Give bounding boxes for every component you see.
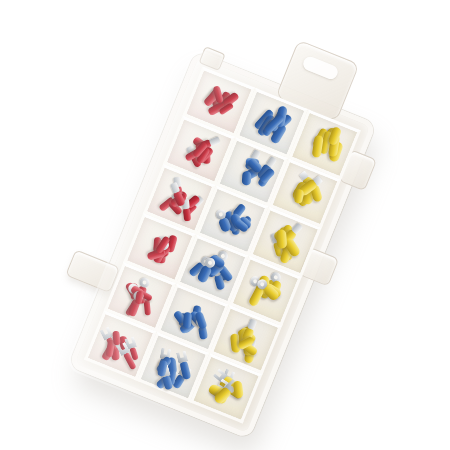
insulation-sleeve bbox=[312, 135, 324, 158]
photo-background bbox=[0, 0, 450, 450]
terminal-piece-yellow bbox=[232, 381, 243, 399]
insulation-sleeve bbox=[179, 361, 191, 380]
organizer-box bbox=[68, 51, 376, 439]
compartment-tray bbox=[84, 66, 361, 423]
terminal-piece-yellow bbox=[312, 135, 324, 158]
insulation-sleeve bbox=[232, 381, 243, 399]
insulation-sleeve bbox=[183, 312, 192, 329]
hinge-tab bbox=[65, 249, 120, 293]
terminal-piece-blue bbox=[183, 312, 192, 329]
spade-metal-end bbox=[208, 136, 220, 146]
terminal-piece-yellow bbox=[276, 229, 287, 248]
terminal-piece-blue bbox=[242, 171, 251, 186]
insulation-sleeve bbox=[112, 331, 120, 346]
insulation-sleeve bbox=[242, 171, 251, 186]
insulation-sleeve bbox=[183, 208, 191, 221]
insulation-sleeve bbox=[276, 229, 287, 248]
terminal-piece-red bbox=[112, 331, 120, 346]
